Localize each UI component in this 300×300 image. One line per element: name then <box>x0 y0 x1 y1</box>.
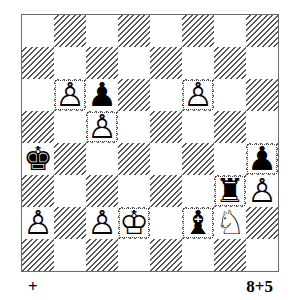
square-c5[interactable]: ♙ <box>86 111 118 143</box>
chess-diagram: ♙♟♙♙♚♟♜♙♙♙♔♝♘ + 8+5 <box>0 0 300 300</box>
square-h3[interactable]: ♙ <box>246 175 278 207</box>
square-b1[interactable] <box>54 239 86 271</box>
piece-white-pawn: ♙ <box>87 207 117 239</box>
square-g1[interactable] <box>214 239 246 271</box>
square-d1[interactable] <box>118 239 150 271</box>
square-c4[interactable] <box>86 143 118 175</box>
square-g8[interactable] <box>214 15 246 47</box>
square-f1[interactable] <box>182 239 214 271</box>
material-count-label: 8+5 <box>246 277 273 297</box>
square-b2[interactable] <box>54 207 86 239</box>
square-a2[interactable]: ♙ <box>22 207 54 239</box>
piece-white-pawn: ♙ <box>55 79 85 111</box>
square-h1[interactable] <box>246 239 278 271</box>
square-e6[interactable] <box>150 79 182 111</box>
square-c2[interactable]: ♙ <box>86 207 118 239</box>
square-a6[interactable] <box>22 79 54 111</box>
piece-white-pawn: ♙ <box>23 207 53 239</box>
square-h2[interactable] <box>246 207 278 239</box>
square-g6[interactable] <box>214 79 246 111</box>
square-f6[interactable]: ♙ <box>182 79 214 111</box>
square-b6[interactable]: ♙ <box>54 79 86 111</box>
square-f4[interactable] <box>182 143 214 175</box>
piece-white-pawn: ♙ <box>183 79 213 111</box>
square-g7[interactable] <box>214 47 246 79</box>
piece-white-pawn: ♙ <box>247 175 277 207</box>
square-d5[interactable] <box>118 111 150 143</box>
square-h8[interactable] <box>246 15 278 47</box>
square-a8[interactable] <box>22 15 54 47</box>
piece-black-king: ♚ <box>23 143 53 175</box>
square-g2[interactable]: ♘ <box>214 207 246 239</box>
square-e1[interactable] <box>150 239 182 271</box>
chess-board: ♙♟♙♙♚♟♜♙♙♙♔♝♘ <box>21 14 279 272</box>
piece-black-bishop: ♝ <box>183 207 213 239</box>
piece-white-knight: ♘ <box>215 207 245 239</box>
square-b5[interactable] <box>54 111 86 143</box>
square-c1[interactable] <box>86 239 118 271</box>
square-b4[interactable] <box>54 143 86 175</box>
square-g5[interactable] <box>214 111 246 143</box>
square-a7[interactable] <box>22 47 54 79</box>
square-c8[interactable] <box>86 15 118 47</box>
piece-white-pawn: ♙ <box>87 111 117 143</box>
square-a1[interactable] <box>22 239 54 271</box>
square-e2[interactable] <box>150 207 182 239</box>
square-h7[interactable] <box>246 47 278 79</box>
square-b8[interactable] <box>54 15 86 47</box>
square-b3[interactable] <box>54 175 86 207</box>
stipulation-label: + <box>28 277 38 297</box>
square-d7[interactable] <box>118 47 150 79</box>
square-f2[interactable]: ♝ <box>182 207 214 239</box>
square-e5[interactable] <box>150 111 182 143</box>
square-e7[interactable] <box>150 47 182 79</box>
piece-white-king: ♔ <box>119 207 149 239</box>
square-e3[interactable] <box>150 175 182 207</box>
square-e4[interactable] <box>150 143 182 175</box>
square-d4[interactable] <box>118 143 150 175</box>
square-d2[interactable]: ♔ <box>118 207 150 239</box>
square-a4[interactable]: ♚ <box>22 143 54 175</box>
square-f5[interactable] <box>182 111 214 143</box>
square-d8[interactable] <box>118 15 150 47</box>
square-h6[interactable] <box>246 79 278 111</box>
square-e8[interactable] <box>150 15 182 47</box>
square-d6[interactable] <box>118 79 150 111</box>
square-f8[interactable] <box>182 15 214 47</box>
